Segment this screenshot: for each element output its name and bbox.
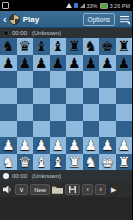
chess-app-icon: [9, 14, 20, 25]
square-c3[interactable]: [33, 121, 50, 138]
white-bishop[interactable]: ♝: [51, 154, 64, 171]
white-pawn[interactable]: ♟: [117, 137, 130, 154]
square-g2[interactable]: ♟: [99, 137, 116, 154]
white-knight[interactable]: ♞: [2, 154, 15, 171]
black-king[interactable]: ♚: [101, 38, 114, 55]
white-knight[interactable]: ♞: [84, 154, 97, 171]
square-h8[interactable]: ♜: [116, 38, 133, 55]
white-bishop[interactable]: ♝: [35, 154, 48, 171]
square-a1[interactable]: ♞: [0, 154, 17, 171]
speaker-icon: [3, 185, 12, 194]
black-pawn[interactable]: ♟: [68, 55, 81, 72]
square-f5[interactable]: [83, 88, 100, 105]
square-d3[interactable]: [50, 121, 67, 138]
play-button[interactable]: ▶: [108, 184, 119, 195]
white-player-name: (Unknown): [32, 173, 61, 179]
square-e6[interactable]: [66, 71, 83, 88]
square-f8[interactable]: ♞: [83, 38, 100, 55]
floppy-icon: [69, 186, 76, 193]
black-player-row: 00:00 (Unknown): [0, 28, 132, 38]
new-button-label: New: [34, 187, 46, 193]
square-g8[interactable]: ♚: [99, 38, 116, 55]
square-e3[interactable]: [66, 121, 83, 138]
folder-icon: [52, 185, 63, 194]
white-queen[interactable]: ♛: [18, 154, 31, 171]
bottom-filler: [0, 197, 132, 220]
new-button[interactable]: New: [30, 184, 50, 195]
square-d8[interactable]: ♝: [50, 38, 67, 55]
square-g4[interactable]: [99, 104, 116, 121]
wifi-icon: [66, 3, 72, 8]
square-f3[interactable]: [83, 121, 100, 138]
square-b2[interactable]: ♟: [17, 137, 34, 154]
square-c4[interactable]: [33, 104, 50, 121]
square-a2[interactable]: ♟: [0, 137, 17, 154]
next-move-button[interactable]: ›: [95, 184, 106, 195]
square-a6[interactable]: [0, 71, 17, 88]
white-player-dot: [3, 173, 9, 179]
square-h3[interactable]: [116, 121, 133, 138]
black-knight[interactable]: ♞: [84, 38, 97, 55]
square-a7[interactable]: ♟: [0, 55, 17, 72]
square-e8[interactable]: ♜: [66, 38, 83, 55]
square-f2[interactable]: ♟: [83, 137, 100, 154]
black-pawn[interactable]: ♟: [84, 55, 97, 72]
square-c6[interactable]: [33, 71, 50, 88]
black-bishop[interactable]: ♝: [51, 38, 64, 55]
square-g7[interactable]: ♟: [99, 55, 116, 72]
square-c7[interactable]: ♟: [33, 55, 50, 72]
options-button[interactable]: Options: [83, 13, 115, 26]
menu-icon[interactable]: [120, 16, 129, 23]
square-g6[interactable]: [99, 71, 116, 88]
square-e5[interactable]: [66, 88, 83, 105]
square-a3[interactable]: [0, 121, 17, 138]
square-f7[interactable]: ♟: [83, 55, 100, 72]
header: ‹ Play Options: [0, 11, 132, 28]
menu-triangle: [127, 22, 130, 25]
chess-board[interactable]: ♞♛♝♝♜♞♚♜♟♟♟♟♟♟♟♟♟♟♟♟♟♟♟♟♞♛♝♝♜♞♚♜: [0, 38, 132, 170]
black-pawn[interactable]: ♟: [117, 55, 130, 72]
square-h2[interactable]: ♟: [116, 137, 133, 154]
menu-bars: [120, 16, 129, 17]
square-b7[interactable]: ♟: [17, 55, 34, 72]
page-title: Play: [23, 15, 39, 24]
square-h7[interactable]: ♟: [116, 55, 133, 72]
white-clock: 00:00: [12, 173, 27, 179]
battery-percent: 33%: [87, 3, 98, 9]
square-h4[interactable]: [116, 104, 133, 121]
square-b5[interactable]: [17, 88, 34, 105]
save-button[interactable]: [65, 184, 80, 195]
square-a4[interactable]: [0, 104, 17, 121]
square-b3[interactable]: [17, 121, 34, 138]
square-e2[interactable]: ♟: [66, 137, 83, 154]
white-pawn[interactable]: ♟: [101, 137, 114, 154]
white-rook[interactable]: ♜: [117, 154, 130, 171]
black-pawn[interactable]: ♟: [101, 55, 114, 72]
white-king[interactable]: ♚: [101, 154, 114, 171]
square-a5[interactable]: [0, 88, 17, 105]
status-bar: 33% 3:26 PM: [0, 0, 132, 11]
white-pawn[interactable]: ♟: [84, 137, 97, 154]
square-d5[interactable]: [50, 88, 67, 105]
square-g5[interactable]: [99, 88, 116, 105]
square-c5[interactable]: [33, 88, 50, 105]
square-g1[interactable]: ♚: [99, 154, 116, 171]
square-f6[interactable]: [83, 71, 100, 88]
back-chevron-icon[interactable]: ‹: [3, 14, 7, 25]
black-rook[interactable]: ♜: [117, 38, 130, 55]
square-e7[interactable]: ♟: [66, 55, 83, 72]
white-rook[interactable]: ♜: [68, 154, 81, 171]
black-player-name: (Unknown): [32, 30, 61, 36]
white-pawn[interactable]: ♟: [68, 137, 81, 154]
square-b8[interactable]: ♛: [17, 38, 34, 55]
square-e4[interactable]: [66, 104, 83, 121]
square-f1[interactable]: ♞: [83, 154, 100, 171]
chevron-down-button[interactable]: ∨: [15, 184, 28, 195]
square-e1[interactable]: ♜: [66, 154, 83, 171]
prev-move-button[interactable]: ‹: [82, 184, 93, 195]
square-b6[interactable]: [17, 71, 34, 88]
square-h6[interactable]: [116, 71, 133, 88]
black-knight[interactable]: ♞: [2, 38, 15, 55]
square-c1[interactable]: ♝: [33, 154, 50, 171]
sound-button[interactable]: [2, 184, 13, 195]
notification-icon: [2, 2, 9, 9]
square-c8[interactable]: ♝: [33, 38, 50, 55]
black-pawn[interactable]: ♟: [51, 55, 64, 72]
square-a8[interactable]: ♞: [0, 38, 17, 55]
square-h1[interactable]: ♜: [116, 154, 133, 171]
black-clock: 00:00: [12, 30, 27, 36]
black-pawn[interactable]: ♟: [2, 55, 15, 72]
toolbar: ∨ New ‹ › ▶: [0, 182, 132, 197]
white-pawn[interactable]: ♟: [35, 137, 48, 154]
square-d6[interactable]: [50, 71, 67, 88]
black-bishop[interactable]: ♝: [35, 38, 48, 55]
open-button[interactable]: [52, 184, 63, 195]
square-d2[interactable]: ♟: [50, 137, 67, 154]
square-f4[interactable]: [83, 104, 100, 121]
square-b1[interactable]: ♛: [17, 154, 34, 171]
square-d4[interactable]: [50, 104, 67, 121]
white-player-row: 00:00 (Unknown): [0, 170, 132, 182]
white-pawn[interactable]: ♟: [2, 137, 15, 154]
black-pawn[interactable]: ♟: [18, 55, 31, 72]
square-h5[interactable]: [116, 88, 133, 105]
black-queen[interactable]: ♛: [18, 38, 31, 55]
status-time: 3:26 PM: [110, 3, 130, 9]
white-pawn[interactable]: ♟: [51, 137, 64, 154]
black-player-dot: [3, 30, 9, 36]
app-icon-blue: [74, 3, 78, 8]
battery-icon: [100, 3, 108, 9]
square-g3[interactable]: [99, 121, 116, 138]
square-b4[interactable]: [17, 104, 34, 121]
signal-icon: [80, 3, 85, 8]
black-pawn[interactable]: ♟: [35, 55, 48, 72]
square-d1[interactable]: ♝: [50, 154, 67, 171]
black-rook[interactable]: ♜: [68, 38, 81, 55]
white-pawn[interactable]: ♟: [18, 137, 31, 154]
square-c2[interactable]: ♟: [33, 137, 50, 154]
square-d7[interactable]: ♟: [50, 55, 67, 72]
